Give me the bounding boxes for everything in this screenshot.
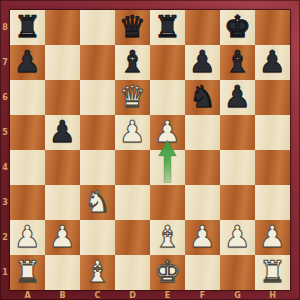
square-c5[interactable] <box>80 115 115 150</box>
file-label-g: G <box>220 290 255 300</box>
square-d4[interactable] <box>115 150 150 185</box>
piece-white-rook-h1[interactable]: ♜ <box>259 254 286 289</box>
square-f1[interactable] <box>185 255 220 290</box>
piece-black-bishop-d7[interactable]: ♝ <box>119 44 146 79</box>
square-c7[interactable] <box>80 45 115 80</box>
square-h2[interactable]: ♟ <box>255 220 290 255</box>
square-d6[interactable]: ♛ <box>115 80 150 115</box>
square-h6[interactable] <box>255 80 290 115</box>
piece-white-pawn-f2[interactable]: ♟ <box>189 219 216 254</box>
square-f3[interactable] <box>185 185 220 220</box>
rank-label-3: 3 <box>0 185 10 220</box>
rank-label-5: 5 <box>0 115 10 150</box>
square-g3[interactable] <box>220 185 255 220</box>
square-g5[interactable] <box>220 115 255 150</box>
file-label-d: D <box>115 290 150 300</box>
square-h5[interactable] <box>255 115 290 150</box>
piece-black-rook-a8[interactable]: ♜ <box>14 9 41 44</box>
piece-white-pawn-e5[interactable]: ♟ <box>154 114 181 149</box>
square-c1[interactable]: ♝ <box>80 255 115 290</box>
piece-white-bishop-e2[interactable]: ♝ <box>154 219 181 254</box>
square-c2[interactable] <box>80 220 115 255</box>
square-e4[interactable] <box>150 150 185 185</box>
piece-white-pawn-g2[interactable]: ♟ <box>224 219 251 254</box>
rank-label-6: 6 <box>0 80 10 115</box>
piece-white-knight-c3[interactable]: ♞ <box>84 184 111 219</box>
piece-black-pawn-a7[interactable]: ♟ <box>14 44 41 79</box>
square-h7[interactable]: ♟ <box>255 45 290 80</box>
file-label-b: B <box>45 290 80 300</box>
piece-white-pawn-d5[interactable]: ♟ <box>119 114 146 149</box>
file-label-c: C <box>80 290 115 300</box>
square-f6[interactable]: ♞ <box>185 80 220 115</box>
square-d3[interactable] <box>115 185 150 220</box>
square-a2[interactable]: ♟ <box>10 220 45 255</box>
square-c8[interactable] <box>80 10 115 45</box>
square-g4[interactable] <box>220 150 255 185</box>
square-h1[interactable]: ♜ <box>255 255 290 290</box>
piece-white-rook-a1[interactable]: ♜ <box>14 254 41 289</box>
piece-black-knight-f6[interactable]: ♞ <box>189 79 216 114</box>
rank-label-2: 2 <box>0 220 10 255</box>
square-a5[interactable] <box>10 115 45 150</box>
file-label-e: E <box>150 290 185 300</box>
square-d5[interactable]: ♟ <box>115 115 150 150</box>
file-label-f: F <box>185 290 220 300</box>
square-d2[interactable] <box>115 220 150 255</box>
square-h4[interactable] <box>255 150 290 185</box>
piece-white-bishop-c1[interactable]: ♝ <box>84 254 111 289</box>
piece-white-pawn-b2[interactable]: ♟ <box>49 219 76 254</box>
file-label-h: H <box>255 290 290 300</box>
square-b6[interactable] <box>45 80 80 115</box>
piece-white-pawn-h2[interactable]: ♟ <box>259 219 286 254</box>
square-g2[interactable]: ♟ <box>220 220 255 255</box>
square-g7[interactable]: ♝ <box>220 45 255 80</box>
piece-white-queen-d6[interactable]: ♛ <box>119 79 146 114</box>
square-d8[interactable]: ♛ <box>115 10 150 45</box>
square-h8[interactable] <box>255 10 290 45</box>
piece-black-rook-e8[interactable]: ♜ <box>154 9 181 44</box>
piece-black-pawn-g6[interactable]: ♟ <box>224 79 251 114</box>
square-b7[interactable] <box>45 45 80 80</box>
square-d7[interactable]: ♝ <box>115 45 150 80</box>
square-a7[interactable]: ♟ <box>10 45 45 80</box>
square-b8[interactable] <box>45 10 80 45</box>
square-e6[interactable] <box>150 80 185 115</box>
square-f2[interactable]: ♟ <box>185 220 220 255</box>
square-e1[interactable]: ♚ <box>150 255 185 290</box>
square-g8[interactable]: ♚ <box>220 10 255 45</box>
square-b4[interactable] <box>45 150 80 185</box>
square-g1[interactable] <box>220 255 255 290</box>
square-e5[interactable]: ♟ <box>150 115 185 150</box>
rank-label-7: 7 <box>0 45 10 80</box>
square-f7[interactable]: ♟ <box>185 45 220 80</box>
piece-black-king-g8[interactable]: ♚ <box>224 9 251 44</box>
square-e7[interactable] <box>150 45 185 80</box>
rank-label-8: 8 <box>0 10 10 45</box>
square-h3[interactable] <box>255 185 290 220</box>
square-d1[interactable] <box>115 255 150 290</box>
square-a4[interactable] <box>10 150 45 185</box>
square-a6[interactable] <box>10 80 45 115</box>
square-a8[interactable]: ♜ <box>10 10 45 45</box>
square-e3[interactable] <box>150 185 185 220</box>
piece-black-pawn-h7[interactable]: ♟ <box>259 44 286 79</box>
square-f8[interactable] <box>185 10 220 45</box>
square-b1[interactable] <box>45 255 80 290</box>
board-frame: ♜♛♜♚♟♝♟♝♟♛♞♟♟♟♟♞♟♟♝♟♟♟♜♝♚♜ 87654321ABCDE… <box>0 0 300 300</box>
piece-black-queen-d8[interactable]: ♛ <box>119 9 146 44</box>
rank-label-1: 1 <box>0 255 10 290</box>
square-e8[interactable]: ♜ <box>150 10 185 45</box>
square-e2[interactable]: ♝ <box>150 220 185 255</box>
file-label-a: A <box>10 290 45 300</box>
piece-white-pawn-a2[interactable]: ♟ <box>14 219 41 254</box>
square-b5[interactable]: ♟ <box>45 115 80 150</box>
piece-black-pawn-b5[interactable]: ♟ <box>49 114 76 149</box>
rank-label-4: 4 <box>0 150 10 185</box>
square-c3[interactable]: ♞ <box>80 185 115 220</box>
square-g6[interactable]: ♟ <box>220 80 255 115</box>
square-c6[interactable] <box>80 80 115 115</box>
square-a3[interactable] <box>10 185 45 220</box>
board: ♜♛♜♚♟♝♟♝♟♛♞♟♟♟♟♞♟♟♝♟♟♟♜♝♚♜ <box>10 10 290 290</box>
square-b3[interactable] <box>45 185 80 220</box>
piece-white-king-e1[interactable]: ♚ <box>154 254 181 289</box>
square-f4[interactable] <box>185 150 220 185</box>
square-c4[interactable] <box>80 150 115 185</box>
piece-black-bishop-g7[interactable]: ♝ <box>224 44 251 79</box>
square-f5[interactable] <box>185 115 220 150</box>
square-a1[interactable]: ♜ <box>10 255 45 290</box>
piece-black-pawn-f7[interactable]: ♟ <box>189 44 216 79</box>
square-b2[interactable]: ♟ <box>45 220 80 255</box>
